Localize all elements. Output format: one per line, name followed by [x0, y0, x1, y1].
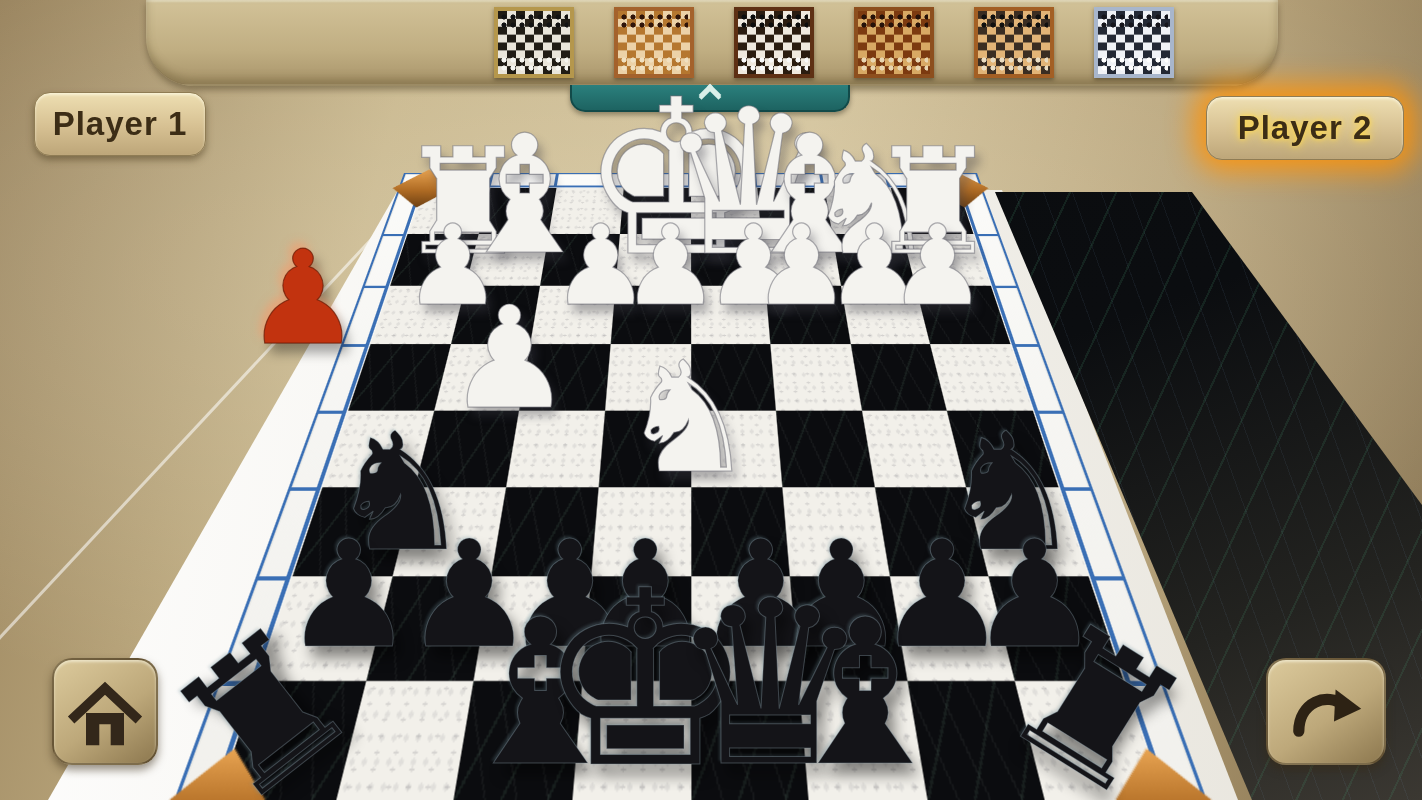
square[interactable] — [832, 234, 916, 286]
square[interactable] — [519, 344, 610, 411]
square[interactable] — [611, 286, 691, 344]
square[interactable] — [492, 487, 599, 576]
square[interactable] — [824, 188, 902, 234]
square[interactable] — [540, 234, 619, 286]
square[interactable] — [549, 188, 624, 234]
thumb-pieces — [980, 13, 1048, 29]
player2-plate: Player 2 — [1206, 96, 1404, 160]
square[interactable] — [691, 286, 771, 344]
thumb-pieces — [1100, 56, 1168, 72]
theme-thumb-3[interactable] — [734, 7, 814, 78]
square[interactable] — [615, 234, 690, 286]
square[interactable] — [761, 234, 840, 286]
square[interactable] — [770, 344, 861, 411]
theme-thumb-1[interactable] — [494, 7, 574, 78]
game-screen: { "game": "chess", "app": { "players": {… — [0, 0, 1422, 800]
square[interactable] — [766, 286, 851, 344]
square[interactable] — [691, 576, 799, 681]
square[interactable] — [414, 411, 519, 488]
square[interactable] — [799, 681, 928, 800]
square[interactable] — [605, 344, 691, 411]
thumb-pieces — [500, 13, 568, 29]
square[interactable] — [531, 286, 616, 344]
square[interactable] — [776, 411, 874, 488]
square[interactable] — [591, 487, 690, 576]
square[interactable] — [465, 234, 549, 286]
square[interactable] — [582, 576, 690, 681]
player1-label: Player 1 — [53, 105, 188, 143]
square[interactable] — [757, 188, 832, 234]
double-chevron-up-icon — [699, 85, 722, 108]
square[interactable] — [572, 681, 691, 800]
thumb-pieces — [1100, 13, 1168, 29]
player1-plate: Player 1 — [34, 92, 206, 156]
theme-strip — [494, 7, 1174, 78]
square[interactable] — [691, 344, 777, 411]
square[interactable] — [790, 576, 907, 681]
thumb-pieces — [980, 56, 1048, 72]
square[interactable] — [598, 411, 690, 488]
home-button[interactable] — [52, 658, 158, 765]
square[interactable] — [434, 344, 531, 411]
square[interactable] — [691, 411, 783, 488]
thumb-pieces — [860, 56, 928, 72]
theme-selector-bar — [146, 0, 1278, 86]
square[interactable] — [783, 487, 890, 576]
square[interactable] — [506, 411, 604, 488]
square[interactable] — [691, 681, 810, 800]
square[interactable] — [478, 188, 556, 234]
thumb-pieces — [740, 13, 808, 29]
theme-thumb-4[interactable] — [854, 7, 934, 78]
redo-button[interactable] — [1266, 658, 1386, 765]
player2-label: Player 2 — [1238, 109, 1373, 147]
theme-thumb-6[interactable] — [1094, 7, 1174, 78]
theme-thumb-2[interactable] — [614, 7, 694, 78]
thumb-pieces — [620, 13, 688, 29]
frame-ticks — [424, 174, 958, 186]
square[interactable] — [691, 487, 790, 576]
home-icon — [67, 674, 143, 750]
thumb-pieces — [500, 56, 568, 72]
pull-tab[interactable] — [570, 85, 850, 112]
square[interactable] — [691, 188, 762, 234]
thumb-pieces — [620, 56, 688, 72]
square[interactable] — [451, 286, 541, 344]
square[interactable] — [620, 188, 691, 234]
thumb-pieces — [740, 56, 808, 72]
square[interactable] — [474, 576, 591, 681]
theme-thumb-5[interactable] — [974, 7, 1054, 78]
curved-redo-arrow-icon — [1283, 672, 1369, 752]
square[interactable] — [453, 681, 582, 800]
thumb-pieces — [860, 13, 928, 29]
square[interactable] — [691, 234, 766, 286]
